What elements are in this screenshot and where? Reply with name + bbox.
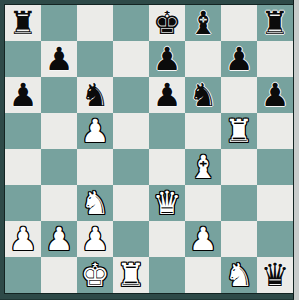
square-f2[interactable]: ♟: [185, 221, 221, 257]
piece-white-rook[interactable]: ♜: [117, 257, 146, 293]
square-g3[interactable]: [221, 185, 257, 221]
square-b8[interactable]: [41, 5, 77, 41]
square-b2[interactable]: ♟: [41, 221, 77, 257]
square-a2[interactable]: ♟: [5, 221, 41, 257]
square-b7[interactable]: ♟: [41, 41, 77, 77]
square-b6[interactable]: [41, 77, 77, 113]
piece-white-bishop[interactable]: ♝: [189, 149, 218, 185]
square-e5[interactable]: [149, 113, 185, 149]
piece-black-pawn[interactable]: ♟: [45, 41, 74, 77]
square-e3[interactable]: ♛: [149, 185, 185, 221]
piece-white-pawn[interactable]: ♟: [45, 221, 74, 257]
piece-black-bishop[interactable]: ♝: [189, 5, 218, 41]
square-d7[interactable]: [113, 41, 149, 77]
piece-white-pawn[interactable]: ♟: [81, 113, 110, 149]
square-h2[interactable]: [257, 221, 293, 257]
square-f6[interactable]: ♞: [185, 77, 221, 113]
square-a6[interactable]: ♟: [5, 77, 41, 113]
square-g4[interactable]: [221, 149, 257, 185]
piece-white-king[interactable]: ♚: [81, 257, 110, 293]
square-c2[interactable]: ♟: [77, 221, 113, 257]
square-e6[interactable]: ♟: [149, 77, 185, 113]
square-a4[interactable]: [5, 149, 41, 185]
piece-black-queen[interactable]: ♛: [261, 257, 290, 293]
board-frame: ♜♚♝♜♟♟♟♟♞♟♞♟♟♜♝♞♛♟♟♟♟♚♜♞♛: [0, 0, 294, 300]
square-g6[interactable]: [221, 77, 257, 113]
square-d8[interactable]: [113, 5, 149, 41]
square-g8[interactable]: [221, 5, 257, 41]
square-c1[interactable]: ♚: [77, 257, 113, 293]
square-g7[interactable]: ♟: [221, 41, 257, 77]
piece-black-pawn[interactable]: ♟: [261, 77, 290, 113]
chessboard-window: ♜♚♝♜♟♟♟♟♞♟♞♟♟♜♝♞♛♟♟♟♟♚♜♞♛: [0, 0, 299, 300]
square-d2[interactable]: [113, 221, 149, 257]
square-a5[interactable]: [5, 113, 41, 149]
square-e1[interactable]: [149, 257, 185, 293]
square-c8[interactable]: [77, 5, 113, 41]
square-c5[interactable]: ♟: [77, 113, 113, 149]
square-d5[interactable]: [113, 113, 149, 149]
square-b5[interactable]: [41, 113, 77, 149]
square-b3[interactable]: [41, 185, 77, 221]
piece-black-rook[interactable]: ♜: [261, 5, 290, 41]
square-g2[interactable]: [221, 221, 257, 257]
square-d3[interactable]: [113, 185, 149, 221]
square-h3[interactable]: [257, 185, 293, 221]
piece-black-king[interactable]: ♚: [153, 5, 182, 41]
square-f4[interactable]: ♝: [185, 149, 221, 185]
piece-white-pawn[interactable]: ♟: [9, 221, 38, 257]
square-f5[interactable]: [185, 113, 221, 149]
piece-black-pawn[interactable]: ♟: [153, 77, 182, 113]
square-f1[interactable]: [185, 257, 221, 293]
square-f8[interactable]: ♝: [185, 5, 221, 41]
square-g1[interactable]: ♞: [221, 257, 257, 293]
piece-white-pawn[interactable]: ♟: [189, 221, 218, 257]
square-h1[interactable]: ♛: [257, 257, 293, 293]
piece-white-pawn[interactable]: ♟: [81, 221, 110, 257]
piece-white-knight[interactable]: ♞: [81, 185, 110, 221]
square-a7[interactable]: [5, 41, 41, 77]
piece-black-pawn[interactable]: ♟: [225, 41, 254, 77]
piece-black-knight[interactable]: ♞: [189, 77, 218, 113]
square-h4[interactable]: [257, 149, 293, 185]
piece-black-pawn[interactable]: ♟: [153, 41, 182, 77]
square-c4[interactable]: [77, 149, 113, 185]
square-a1[interactable]: [5, 257, 41, 293]
chess-board: ♜♚♝♜♟♟♟♟♞♟♞♟♟♜♝♞♛♟♟♟♟♚♜♞♛: [5, 5, 293, 293]
square-b1[interactable]: [41, 257, 77, 293]
square-e7[interactable]: ♟: [149, 41, 185, 77]
piece-black-pawn[interactable]: ♟: [9, 77, 38, 113]
square-d4[interactable]: [113, 149, 149, 185]
piece-white-rook[interactable]: ♜: [225, 113, 254, 149]
square-d1[interactable]: ♜: [113, 257, 149, 293]
piece-black-rook[interactable]: ♜: [9, 5, 38, 41]
square-a8[interactable]: ♜: [5, 5, 41, 41]
square-h8[interactable]: ♜: [257, 5, 293, 41]
square-h5[interactable]: [257, 113, 293, 149]
square-c6[interactable]: ♞: [77, 77, 113, 113]
square-h7[interactable]: [257, 41, 293, 77]
square-g5[interactable]: ♜: [221, 113, 257, 149]
piece-black-knight[interactable]: ♞: [81, 77, 110, 113]
square-a3[interactable]: [5, 185, 41, 221]
piece-white-queen[interactable]: ♛: [153, 185, 182, 221]
square-d6[interactable]: [113, 77, 149, 113]
square-c7[interactable]: [77, 41, 113, 77]
square-b4[interactable]: [41, 149, 77, 185]
square-c3[interactable]: ♞: [77, 185, 113, 221]
square-f7[interactable]: [185, 41, 221, 77]
piece-white-knight[interactable]: ♞: [225, 257, 254, 293]
square-f3[interactable]: [185, 185, 221, 221]
square-h6[interactable]: ♟: [257, 77, 293, 113]
square-e8[interactable]: ♚: [149, 5, 185, 41]
square-e4[interactable]: [149, 149, 185, 185]
square-e2[interactable]: [149, 221, 185, 257]
